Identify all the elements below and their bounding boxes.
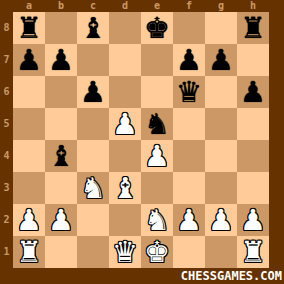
square-h3[interactable] [237, 172, 269, 204]
square-e2[interactable]: ♞ [141, 204, 173, 236]
square-e1[interactable]: ♚ [141, 236, 173, 268]
square-e7[interactable] [141, 44, 173, 76]
square-f6[interactable]: ♛ [173, 76, 205, 108]
piece-white-pawn-b2[interactable]: ♟ [45, 204, 77, 236]
square-d8[interactable] [109, 12, 141, 44]
piece-white-knight-c3[interactable]: ♞ [77, 172, 109, 204]
piece-black-pawn-b7[interactable]: ♟ [45, 44, 77, 76]
square-b5[interactable] [45, 108, 77, 140]
watermark-label: CHESSGAMES.COM [181, 269, 282, 283]
square-b8[interactable] [45, 12, 77, 44]
piece-black-pawn-g7[interactable]: ♟ [205, 44, 237, 76]
square-d6[interactable] [109, 76, 141, 108]
piece-white-pawn-f2[interactable]: ♟ [173, 204, 205, 236]
rank-label-6: 6 [0, 76, 13, 108]
square-h1[interactable]: ♜ [237, 236, 269, 268]
chess-board: ♜♝♚♜♟♟♟♟♟♛♟♟♞♝♟♞♝♟♟♞♟♟♟♜♛♚♜ [13, 12, 269, 268]
square-c6[interactable]: ♟ [77, 76, 109, 108]
square-d5[interactable]: ♟ [109, 108, 141, 140]
piece-white-rook-a1[interactable]: ♜ [13, 236, 45, 268]
square-g4[interactable] [205, 140, 237, 172]
square-a1[interactable]: ♜ [13, 236, 45, 268]
square-a8[interactable]: ♜ [13, 12, 45, 44]
piece-black-bishop-b4[interactable]: ♝ [45, 140, 77, 172]
square-e4[interactable]: ♟ [141, 140, 173, 172]
file-label-g: g [205, 0, 237, 12]
square-f2[interactable]: ♟ [173, 204, 205, 236]
square-d4[interactable] [109, 140, 141, 172]
square-b1[interactable] [45, 236, 77, 268]
square-b6[interactable] [45, 76, 77, 108]
square-e8[interactable]: ♚ [141, 12, 173, 44]
piece-white-pawn-h2[interactable]: ♟ [237, 204, 269, 236]
piece-black-rook-a8[interactable]: ♜ [13, 12, 45, 44]
piece-white-king-e1[interactable]: ♚ [141, 236, 173, 268]
square-e3[interactable] [141, 172, 173, 204]
square-h6[interactable]: ♟ [237, 76, 269, 108]
square-h8[interactable]: ♜ [237, 12, 269, 44]
rank-labels: 87654321 [0, 12, 13, 268]
square-h4[interactable] [237, 140, 269, 172]
square-g3[interactable] [205, 172, 237, 204]
square-c2[interactable] [77, 204, 109, 236]
square-g5[interactable] [205, 108, 237, 140]
rank-label-1: 1 [0, 236, 13, 268]
square-h2[interactable]: ♟ [237, 204, 269, 236]
square-a6[interactable] [13, 76, 45, 108]
square-a3[interactable] [13, 172, 45, 204]
square-d1[interactable]: ♛ [109, 236, 141, 268]
piece-black-pawn-f7[interactable]: ♟ [173, 44, 205, 76]
square-g2[interactable]: ♟ [205, 204, 237, 236]
square-e6[interactable] [141, 76, 173, 108]
piece-black-rook-h8[interactable]: ♜ [237, 12, 269, 44]
square-d2[interactable] [109, 204, 141, 236]
square-f8[interactable] [173, 12, 205, 44]
square-f7[interactable]: ♟ [173, 44, 205, 76]
piece-black-bishop-c8[interactable]: ♝ [77, 12, 109, 44]
square-c5[interactable] [77, 108, 109, 140]
file-label-b: b [45, 0, 77, 12]
square-c1[interactable] [77, 236, 109, 268]
square-b3[interactable] [45, 172, 77, 204]
rank-label-3: 3 [0, 172, 13, 204]
piece-white-pawn-d5[interactable]: ♟ [109, 108, 141, 140]
square-a2[interactable]: ♟ [13, 204, 45, 236]
square-b7[interactable]: ♟ [45, 44, 77, 76]
square-d3[interactable]: ♝ [109, 172, 141, 204]
square-c7[interactable] [77, 44, 109, 76]
square-b2[interactable]: ♟ [45, 204, 77, 236]
piece-black-pawn-a7[interactable]: ♟ [13, 44, 45, 76]
piece-white-rook-h1[interactable]: ♜ [237, 236, 269, 268]
rank-label-4: 4 [0, 140, 13, 172]
piece-white-pawn-g2[interactable]: ♟ [205, 204, 237, 236]
file-labels: abcdefgh [13, 0, 269, 12]
chess-diagram: abcdefgh 87654321 ♜♝♚♜♟♟♟♟♟♛♟♟♞♝♟♞♝♟♟♞♟♟… [0, 0, 284, 284]
rank-label-2: 2 [0, 204, 13, 236]
piece-white-pawn-a2[interactable]: ♟ [13, 204, 45, 236]
piece-black-pawn-h6[interactable]: ♟ [237, 76, 269, 108]
square-g1[interactable] [205, 236, 237, 268]
square-f5[interactable] [173, 108, 205, 140]
piece-white-queen-d1[interactable]: ♛ [109, 236, 141, 268]
square-f1[interactable] [173, 236, 205, 268]
rank-label-8: 8 [0, 12, 13, 44]
square-g7[interactable]: ♟ [205, 44, 237, 76]
square-h7[interactable] [237, 44, 269, 76]
square-a5[interactable] [13, 108, 45, 140]
square-c4[interactable] [77, 140, 109, 172]
square-a4[interactable] [13, 140, 45, 172]
piece-white-knight-e2[interactable]: ♞ [141, 204, 173, 236]
piece-black-pawn-c6[interactable]: ♟ [77, 76, 109, 108]
square-f3[interactable] [173, 172, 205, 204]
piece-black-queen-f6[interactable]: ♛ [173, 76, 205, 108]
square-c8[interactable]: ♝ [77, 12, 109, 44]
square-g6[interactable] [205, 76, 237, 108]
square-b4[interactable]: ♝ [45, 140, 77, 172]
file-label-d: d [109, 0, 141, 12]
piece-white-bishop-d3[interactable]: ♝ [109, 172, 141, 204]
piece-white-pawn-e4[interactable]: ♟ [141, 140, 173, 172]
piece-black-knight-e5[interactable]: ♞ [141, 108, 173, 140]
piece-black-king-e8[interactable]: ♚ [141, 12, 173, 44]
square-d7[interactable] [109, 44, 141, 76]
file-label-f: f [173, 0, 205, 12]
square-e5[interactable]: ♞ [141, 108, 173, 140]
square-h5[interactable] [237, 108, 269, 140]
square-c3[interactable]: ♞ [77, 172, 109, 204]
square-f4[interactable] [173, 140, 205, 172]
rank-label-5: 5 [0, 108, 13, 140]
square-g8[interactable] [205, 12, 237, 44]
square-a7[interactable]: ♟ [13, 44, 45, 76]
rank-label-7: 7 [0, 44, 13, 76]
